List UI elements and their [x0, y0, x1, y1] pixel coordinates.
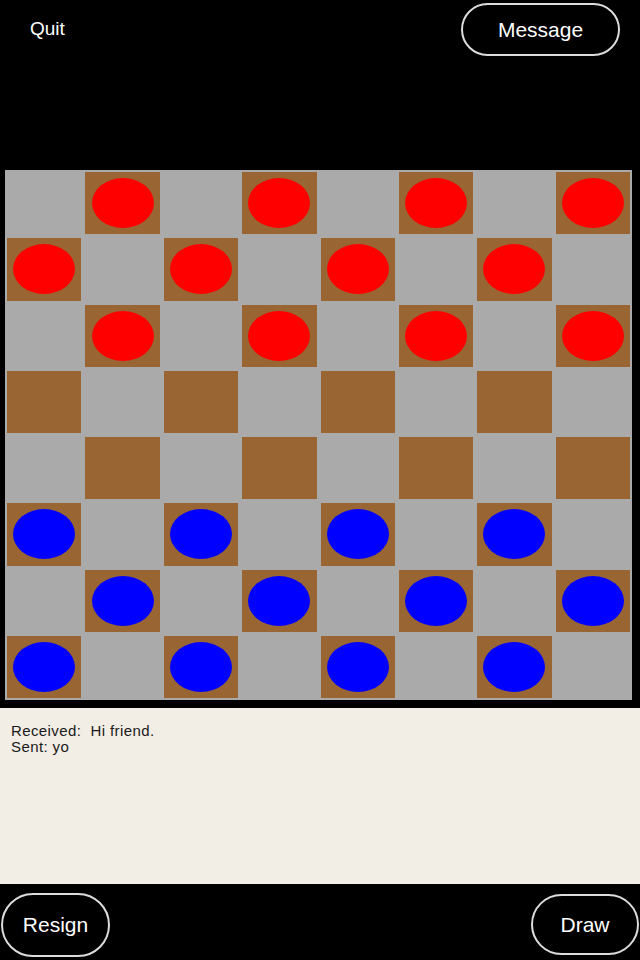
message-button[interactable]: Message: [461, 3, 620, 56]
board-cell[interactable]: [554, 435, 632, 501]
board-cell[interactable]: [162, 435, 240, 501]
board-cell[interactable]: [554, 501, 632, 567]
dark-square: [7, 371, 81, 433]
board-cell[interactable]: [319, 303, 397, 369]
dark-square: [321, 371, 395, 433]
board-cell[interactable]: [240, 369, 318, 435]
board-cell[interactable]: [240, 435, 318, 501]
board-cell[interactable]: [83, 568, 161, 634]
blue-piece[interactable]: [327, 509, 389, 559]
board-cell[interactable]: [5, 568, 83, 634]
board-cell[interactable]: [5, 369, 83, 435]
board-cell[interactable]: [5, 303, 83, 369]
board-cell[interactable]: [5, 634, 83, 700]
red-piece[interactable]: [405, 178, 467, 228]
board-cell[interactable]: [554, 236, 632, 302]
board-cell[interactable]: [397, 568, 475, 634]
board-cell[interactable]: [319, 369, 397, 435]
red-piece[interactable]: [327, 244, 389, 294]
board-cell[interactable]: [554, 568, 632, 634]
board-cell[interactable]: [83, 303, 161, 369]
board-cell[interactable]: [554, 634, 632, 700]
blue-piece[interactable]: [405, 576, 467, 626]
board-cell[interactable]: [397, 236, 475, 302]
dark-square: [242, 437, 316, 499]
board-cell[interactable]: [5, 435, 83, 501]
board-cell[interactable]: [475, 303, 553, 369]
blue-piece[interactable]: [327, 642, 389, 692]
blue-piece[interactable]: [170, 642, 232, 692]
board-cell[interactable]: [162, 170, 240, 236]
red-piece[interactable]: [92, 311, 154, 361]
board-cell[interactable]: [240, 501, 318, 567]
board-cell[interactable]: [162, 303, 240, 369]
red-piece[interactable]: [562, 178, 624, 228]
quit-button[interactable]: Quit: [30, 18, 65, 40]
board-cell[interactable]: [319, 568, 397, 634]
board-cell[interactable]: [319, 170, 397, 236]
blue-piece[interactable]: [13, 509, 75, 559]
red-piece[interactable]: [405, 311, 467, 361]
board[interactable]: [5, 170, 632, 700]
blue-piece[interactable]: [483, 509, 545, 559]
board-cell[interactable]: [83, 170, 161, 236]
board-cell[interactable]: [162, 501, 240, 567]
draw-button[interactable]: Draw: [531, 894, 639, 955]
board-cell[interactable]: [240, 170, 318, 236]
red-piece[interactable]: [248, 178, 310, 228]
red-piece[interactable]: [562, 311, 624, 361]
board-cell[interactable]: [83, 236, 161, 302]
board-cell[interactable]: [397, 303, 475, 369]
board-cell[interactable]: [319, 501, 397, 567]
red-piece[interactable]: [248, 311, 310, 361]
red-piece[interactable]: [13, 244, 75, 294]
dark-square: [399, 437, 473, 499]
dark-square: [556, 437, 630, 499]
blue-piece[interactable]: [170, 509, 232, 559]
board-cell[interactable]: [475, 170, 553, 236]
board-cell[interactable]: [554, 369, 632, 435]
received-message: Received: Hi friend.: [11, 723, 630, 739]
board-cell[interactable]: [83, 369, 161, 435]
board-cell[interactable]: [319, 236, 397, 302]
board-cell[interactable]: [554, 170, 632, 236]
board-cell[interactable]: [240, 236, 318, 302]
dark-square: [477, 371, 551, 433]
board-cell[interactable]: [240, 568, 318, 634]
board-cell[interactable]: [397, 170, 475, 236]
dark-square: [85, 437, 159, 499]
board-cell[interactable]: [240, 303, 318, 369]
board-cell[interactable]: [83, 634, 161, 700]
board-cell[interactable]: [5, 501, 83, 567]
red-piece[interactable]: [483, 244, 545, 294]
board-cell[interactable]: [554, 303, 632, 369]
board-cell[interactable]: [475, 369, 553, 435]
board-cell[interactable]: [475, 435, 553, 501]
board-cell[interactable]: [397, 435, 475, 501]
blue-piece[interactable]: [92, 576, 154, 626]
board-cell[interactable]: [83, 501, 161, 567]
board-cell[interactable]: [162, 369, 240, 435]
board-cell[interactable]: [162, 568, 240, 634]
resign-button[interactable]: Resign: [1, 893, 110, 957]
board-cell[interactable]: [475, 634, 553, 700]
board-cell[interactable]: [162, 634, 240, 700]
board-cell[interactable]: [240, 634, 318, 700]
board-cell[interactable]: [319, 634, 397, 700]
sent-message: Sent: yo: [11, 739, 630, 755]
board-cell[interactable]: [5, 170, 83, 236]
board-cell[interactable]: [397, 634, 475, 700]
chat-panel: Received: Hi friend. Sent: yo: [0, 708, 640, 884]
board-cell[interactable]: [397, 501, 475, 567]
board-cell[interactable]: [475, 236, 553, 302]
board-cell[interactable]: [475, 568, 553, 634]
blue-piece[interactable]: [13, 642, 75, 692]
blue-piece[interactable]: [248, 576, 310, 626]
board-cell[interactable]: [5, 236, 83, 302]
board-cell[interactable]: [475, 501, 553, 567]
board-cell[interactable]: [162, 236, 240, 302]
board-cell[interactable]: [83, 435, 161, 501]
blue-piece[interactable]: [483, 642, 545, 692]
blue-piece[interactable]: [562, 576, 624, 626]
board-cell[interactable]: [319, 435, 397, 501]
dark-square: [164, 371, 238, 433]
board-cell[interactable]: [397, 369, 475, 435]
red-piece[interactable]: [92, 178, 154, 228]
red-piece[interactable]: [170, 244, 232, 294]
